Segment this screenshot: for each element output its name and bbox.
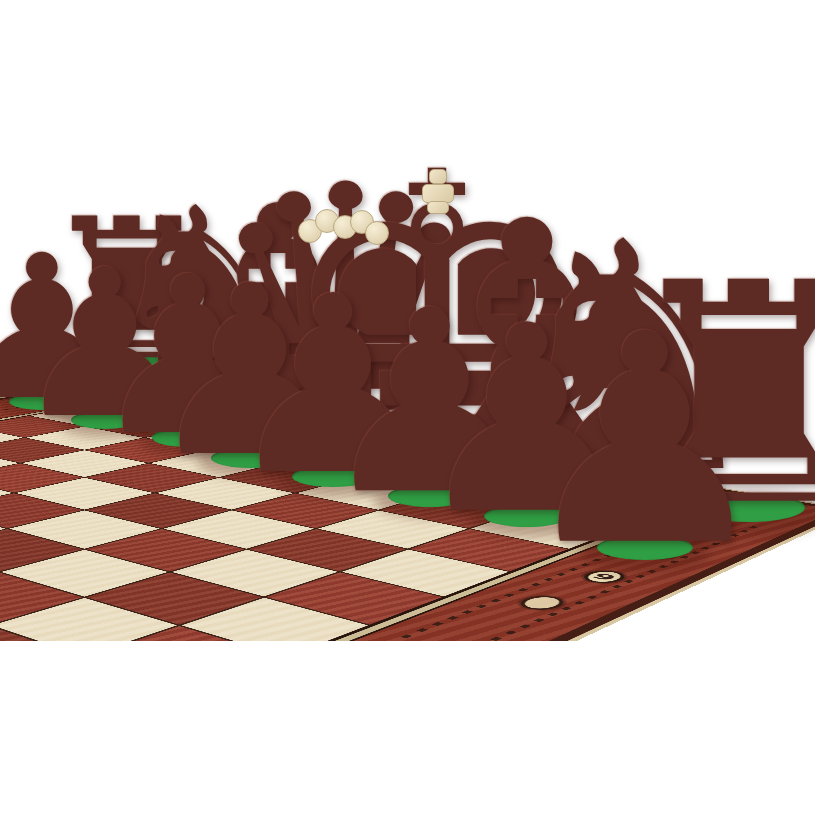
chess-board: 67 <box>0 385 815 641</box>
board-clip-region: 67 <box>0 0 815 641</box>
chess-set-photo: 67 ♜♞♝♟♛♟♚♟♝♟♞♟♟♜♟♟ <box>0 0 815 815</box>
frame-medallion-far-f <box>461 459 504 469</box>
